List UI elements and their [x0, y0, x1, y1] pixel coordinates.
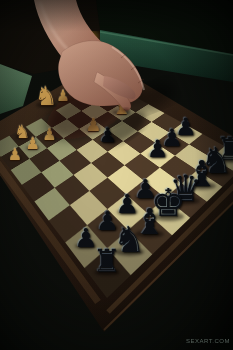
- foreground: SEXART.COM: [0, 0, 233, 350]
- vignette: [0, 0, 233, 350]
- chess-photo-stage: ♟♞♝♟♟♞♟♟♟♟♟♟♜♞♝♟♛♟♚♟♝♟♞♜: [0, 0, 233, 350]
- watermark: SEXART.COM: [186, 338, 230, 344]
